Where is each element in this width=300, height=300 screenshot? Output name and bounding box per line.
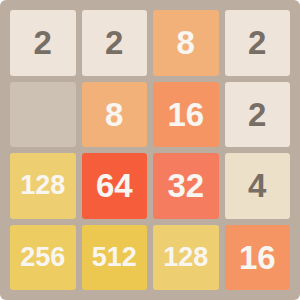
game-2048: 228281621286432425651212816 — [0, 0, 300, 300]
tile-2: 2 — [82, 10, 148, 76]
tile-2: 2 — [225, 10, 291, 76]
tile-16: 16 — [225, 225, 291, 291]
tile-8: 8 — [153, 10, 219, 76]
tile-8: 8 — [82, 82, 148, 148]
tile-2: 2 — [10, 10, 76, 76]
tile-64: 64 — [82, 153, 148, 219]
tile-256: 256 — [10, 225, 76, 291]
empty-cell — [10, 82, 76, 148]
tile-32: 32 — [153, 153, 219, 219]
tile-128: 128 — [10, 153, 76, 219]
tile-2: 2 — [225, 82, 291, 148]
tile-4: 4 — [225, 153, 291, 219]
board-grid-2048[interactable]: 228281621286432425651212816 — [0, 0, 300, 300]
tile-512: 512 — [82, 225, 148, 291]
tile-16: 16 — [153, 82, 219, 148]
tile-128: 128 — [153, 225, 219, 291]
